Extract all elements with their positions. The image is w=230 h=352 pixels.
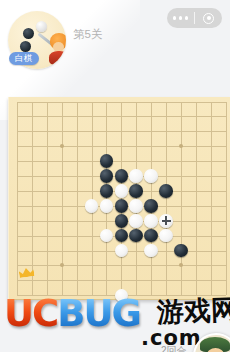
white-stone bbox=[100, 199, 114, 213]
black-stone bbox=[115, 229, 129, 243]
white-stone bbox=[159, 229, 173, 243]
avatar-white-stone-icon bbox=[36, 21, 47, 32]
avatar-black-stone-icon bbox=[23, 28, 34, 39]
white-stone bbox=[129, 169, 143, 183]
rounds-label: 2回合 bbox=[161, 344, 187, 352]
board-star-point bbox=[179, 263, 183, 267]
watermark-logo: UCBUG bbox=[4, 294, 140, 334]
board-star-point bbox=[60, 144, 64, 148]
black-stone bbox=[115, 199, 129, 213]
white-stone bbox=[115, 184, 129, 198]
board-star-point bbox=[60, 263, 64, 267]
side-badge: 白棋 bbox=[9, 52, 39, 65]
avatar-character-body bbox=[49, 51, 66, 65]
more-menu-icon[interactable] bbox=[167, 16, 194, 20]
wechat-capsule bbox=[167, 8, 222, 28]
board-gridline-vertical bbox=[226, 102, 227, 296]
black-stone bbox=[100, 154, 114, 168]
watermark-uc: UC bbox=[4, 294, 57, 334]
black-stone bbox=[115, 169, 129, 183]
black-stone bbox=[144, 229, 158, 243]
board-gridline-horizontal bbox=[17, 146, 226, 147]
watermark-bug: BUG bbox=[57, 294, 140, 334]
black-stone bbox=[115, 214, 129, 228]
watermark-site-name: 游戏网 bbox=[156, 292, 230, 331]
black-stone bbox=[129, 229, 143, 243]
black-stone bbox=[100, 184, 114, 198]
black-stone bbox=[159, 184, 173, 198]
board-gridline-horizontal bbox=[17, 161, 226, 162]
white-stone bbox=[129, 199, 143, 213]
board-gridline-horizontal bbox=[17, 280, 226, 281]
board-gridline-horizontal bbox=[17, 116, 226, 117]
level-label: 第5关 bbox=[73, 27, 102, 42]
black-stone bbox=[144, 199, 158, 213]
black-stone bbox=[129, 184, 143, 198]
white-stone bbox=[144, 214, 158, 228]
board-gridline-horizontal bbox=[17, 131, 226, 132]
black-stone bbox=[174, 244, 188, 258]
board-gridline-horizontal bbox=[17, 265, 226, 266]
board-gridline-horizontal bbox=[17, 102, 226, 103]
move-cursor-icon bbox=[162, 216, 171, 225]
white-stone bbox=[85, 199, 99, 213]
black-stone bbox=[100, 169, 114, 183]
player-avatar: 白棋 bbox=[8, 11, 66, 69]
white-stone bbox=[144, 169, 158, 183]
white-stone bbox=[115, 244, 129, 258]
board-star-point bbox=[179, 144, 183, 148]
avatar-black-stone-icon bbox=[20, 41, 31, 52]
white-stone bbox=[144, 244, 158, 258]
white-stone bbox=[100, 229, 114, 243]
white-stone bbox=[129, 214, 143, 228]
gomoku-board[interactable] bbox=[8, 97, 230, 300]
minimize-target-icon[interactable] bbox=[195, 13, 222, 24]
